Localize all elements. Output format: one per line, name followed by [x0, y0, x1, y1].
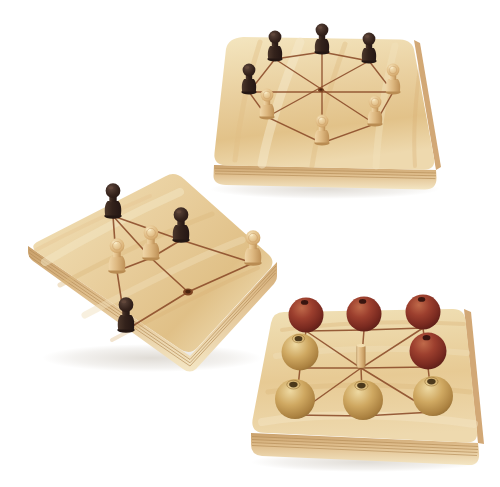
achi-bead-red-r0c2[interactable] [406, 295, 441, 330]
shisima-board [214, 24, 442, 190]
achi-board [251, 295, 484, 466]
achi-bead-red-r1c2[interactable] [410, 333, 447, 370]
achi-bead-tan-r2c0[interactable] [275, 379, 315, 419]
games-illustration [0, 0, 500, 487]
achi-empty-center-peg[interactable] [357, 344, 365, 368]
photo-scene [0, 0, 500, 487]
achi-bead-tan-r2c1[interactable] [343, 380, 383, 420]
tsoro-base_center-hole[interactable] [183, 289, 193, 296]
achi-bead-tan-r1c0[interactable] [282, 334, 319, 371]
achi-bead-tan-r2c2[interactable] [413, 376, 453, 416]
tsoro-yematatu-board [28, 174, 277, 371]
achi-bead-red-r0c0[interactable] [289, 298, 324, 333]
achi-bead-red-r0c1[interactable] [347, 297, 382, 332]
shisima-center-hole[interactable] [318, 88, 324, 92]
